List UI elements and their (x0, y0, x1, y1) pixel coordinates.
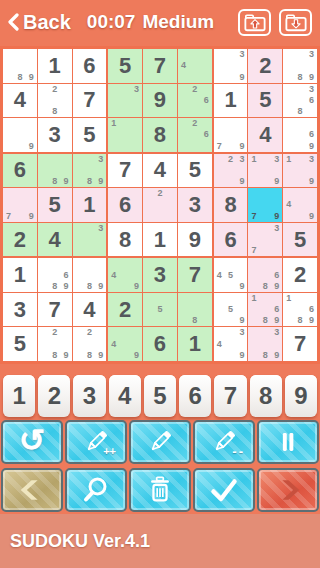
numpad-2[interactable]: 2 (38, 375, 70, 417)
numpad-5[interactable]: 5 (144, 375, 176, 417)
cell-r5c1[interactable]: 79 (3, 188, 37, 222)
cell-r4c5[interactable]: 4 (143, 154, 177, 188)
box-1-1: 89164287935 (3, 49, 106, 152)
cell-r8c2[interactable]: 7 (38, 293, 72, 327)
cell-r7c4[interactable]: 49 (108, 258, 142, 292)
pencil-add-suffix: ++ (103, 445, 116, 457)
numpad-8[interactable]: 8 (250, 375, 282, 417)
cell-r9c9[interactable]: 7 (283, 327, 317, 361)
cell-r2c7[interactable]: 1 (214, 84, 248, 118)
cell-r9c5[interactable]: 6 (143, 327, 177, 361)
cell-r2c8[interactable]: 5 (248, 84, 282, 118)
cell-r1c4[interactable]: 5 (108, 49, 142, 83)
cell-r3c9[interactable]: 69 (283, 118, 317, 152)
sudoku-app: Back 00:07 Medium 8916428793557439261826… (0, 0, 320, 568)
cell-r9c2[interactable]: 289 (38, 327, 72, 361)
timer: 00:07 (87, 11, 136, 33)
cell-r7c2[interactable]: 689 (38, 258, 72, 292)
cell-r3c2[interactable]: 3 (38, 118, 72, 152)
cell-r2c2[interactable]: 28 (38, 84, 72, 118)
cell-r8c4[interactable]: 2 (108, 293, 142, 327)
status-title: 00:07 Medium (87, 11, 214, 33)
cell-r8c6[interactable]: 8 (178, 293, 212, 327)
numpad-4[interactable]: 4 (109, 375, 141, 417)
pencil-button[interactable] (129, 420, 191, 464)
back-label: Back (23, 11, 71, 34)
pencil-add-button[interactable]: ++ (65, 420, 127, 464)
pencil-remove-suffix: -- (232, 444, 245, 459)
cell-r4c9[interactable]: 139 (283, 154, 317, 188)
cell-r4c3[interactable]: 389 (73, 154, 107, 188)
cell-r6c4[interactable]: 8 (108, 223, 142, 257)
cell-r2c3[interactable]: 7 (73, 84, 107, 118)
cell-r6c9[interactable]: 5 (283, 223, 317, 257)
cell-r4c4[interactable]: 7 (108, 154, 142, 188)
cell-r2c6[interactable]: 26 (178, 84, 212, 118)
numpad-3[interactable]: 3 (73, 375, 105, 417)
cell-r4c8[interactable]: 139 (248, 154, 282, 188)
undo-icon: ↺ (19, 425, 45, 456)
search-button[interactable] (65, 468, 127, 512)
cell-r7c7[interactable]: 459 (214, 258, 248, 292)
cell-r8c5[interactable]: 5 (143, 293, 177, 327)
folder-up-icon (243, 11, 267, 33)
cell-r2c9[interactable]: 368 (283, 84, 317, 118)
cell-r8c3[interactable]: 4 (73, 293, 107, 327)
load-game-button[interactable] (279, 9, 312, 36)
difficulty-label: Medium (142, 11, 214, 33)
cell-r8c9[interactable]: 1689 (283, 293, 317, 327)
cell-r4c1[interactable]: 6 (3, 154, 37, 188)
footer-bar: SUDOKU Ver.4.1 (0, 514, 320, 568)
check-icon (208, 474, 240, 506)
cell-r4c2[interactable]: 89 (38, 154, 72, 188)
cell-r3c6[interactable]: 26 (178, 118, 212, 152)
cell-r7c8[interactable]: 689 (248, 258, 282, 292)
box-3-3: 459689259168916893493897 (214, 258, 317, 361)
cell-r5c8[interactable]: 79 (248, 188, 282, 222)
cell-r8c1[interactable]: 3 (3, 293, 37, 327)
numpad-1[interactable]: 1 (3, 375, 35, 417)
folder-down-icon (284, 11, 308, 33)
search-icon (80, 474, 112, 506)
undo-button[interactable]: ↺ (1, 420, 63, 464)
cell-r9c3[interactable]: 289 (73, 327, 107, 361)
cell-r1c7[interactable]: 39 (214, 49, 248, 83)
cell-r2c5[interactable]: 9 (143, 84, 177, 118)
pause-icon (273, 427, 303, 457)
cell-r2c1[interactable]: 4 (3, 84, 37, 118)
cell-r4c7[interactable]: 239 (214, 154, 248, 188)
cell-r6c1[interactable]: 2 (3, 223, 37, 257)
cell-r9c6[interactable]: 1 (178, 327, 212, 361)
box-2-3: 239139139879496375 (214, 154, 317, 257)
cell-r6c5[interactable]: 1 (143, 223, 177, 257)
cell-r9c7[interactable]: 349 (214, 327, 248, 361)
cell-r8c7[interactable]: 59 (214, 293, 248, 327)
cell-r6c3[interactable]: 3 (73, 223, 107, 257)
cell-r7c9[interactable]: 2 (283, 258, 317, 292)
cell-r6c2[interactable]: 4 (38, 223, 72, 257)
cell-r9c1[interactable]: 5 (3, 327, 37, 361)
box-1-3: 3923891536879469 (214, 49, 317, 152)
tool-row-1: ↺ ++ -- (0, 420, 320, 464)
pause-button[interactable] (257, 420, 319, 464)
next-button[interactable] (257, 468, 319, 512)
cell-r2c4[interactable]: 3 (108, 84, 142, 118)
trash-button[interactable] (129, 468, 191, 512)
cell-r1c3[interactable]: 6 (73, 49, 107, 83)
cell-r7c1[interactable]: 1 (3, 258, 37, 292)
sudoku-board: 8916428793557439261826392389153687946968… (0, 46, 320, 364)
cell-r6c7[interactable]: 6 (214, 223, 248, 257)
numpad-7[interactable]: 7 (214, 375, 246, 417)
cell-r7c3[interactable]: 89 (73, 258, 107, 292)
numpad-6[interactable]: 6 (179, 375, 211, 417)
cell-r3c7[interactable]: 79 (214, 118, 248, 152)
cell-r3c1[interactable]: 9 (3, 118, 37, 152)
cell-r1c5[interactable]: 7 (143, 49, 177, 83)
cell-r8c8[interactable]: 1689 (248, 293, 282, 327)
cell-r7c5[interactable]: 3 (143, 258, 177, 292)
cell-r3c8[interactable]: 4 (248, 118, 282, 152)
cell-r1c9[interactable]: 389 (283, 49, 317, 83)
cell-r9c4[interactable]: 49 (108, 327, 142, 361)
pencil-icon (145, 427, 175, 457)
cell-r5c2[interactable]: 5 (38, 188, 72, 222)
cell-r1c8[interactable]: 2 (248, 49, 282, 83)
cell-r1c2[interactable]: 1 (38, 49, 72, 83)
number-pad: 123456789 (0, 375, 320, 417)
cell-r9c8[interactable]: 389 (248, 327, 282, 361)
cell-r5c3[interactable]: 1 (73, 188, 107, 222)
cell-r5c4[interactable]: 6 (108, 188, 142, 222)
cell-r4c6[interactable]: 5 (178, 154, 212, 188)
pencil-remove-button[interactable]: -- (193, 420, 255, 464)
cell-r6c6[interactable]: 9 (178, 223, 212, 257)
cell-r3c3[interactable]: 5 (73, 118, 107, 152)
cell-r3c5[interactable]: 8 (143, 118, 177, 152)
save-game-button[interactable] (238, 9, 271, 36)
app-version: SUDOKU Ver.4.1 (10, 531, 150, 552)
cell-r6c8[interactable]: 37 (248, 223, 282, 257)
back-chevron-icon (8, 13, 19, 31)
cell-r7c6[interactable]: 7 (178, 258, 212, 292)
tool-row-2 (0, 468, 320, 512)
box-1-2: 57439261826 (108, 49, 211, 152)
numpad-9[interactable]: 9 (285, 375, 317, 417)
cell-r5c6[interactable]: 3 (178, 188, 212, 222)
cell-r5c5[interactable]: 2 (143, 188, 177, 222)
trash-icon (145, 475, 175, 505)
next-arrow-icon (272, 475, 304, 505)
prev-arrow-icon (16, 475, 48, 505)
box-2-1: 6893897951243 (3, 154, 106, 257)
top-bar: Back 00:07 Medium (0, 0, 320, 44)
cell-r1c1[interactable]: 89 (3, 49, 37, 83)
check-button[interactable] (193, 468, 255, 512)
cell-r3c4[interactable]: 1 (108, 118, 142, 152)
box-2-2: 745623819 (108, 154, 211, 257)
back-button[interactable]: Back (8, 11, 71, 34)
box-3-1: 1689893745289289 (3, 258, 106, 361)
prev-button[interactable] (1, 468, 63, 512)
box-3-2: 49372584961 (108, 258, 211, 361)
cell-r1c6[interactable]: 4 (178, 49, 212, 83)
cell-r5c7[interactable]: 8 (214, 188, 248, 222)
cell-r5c9[interactable]: 49 (283, 188, 317, 222)
